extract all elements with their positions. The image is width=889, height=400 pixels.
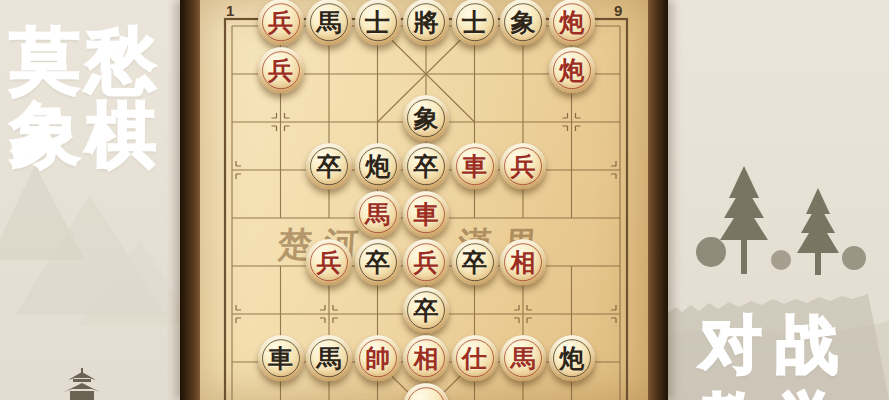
- piece-character: 兵: [414, 250, 439, 275]
- piece-character: 士: [365, 10, 390, 35]
- piece-character: 車: [462, 154, 487, 179]
- piece-black-卒[interactable]: 卒: [306, 143, 352, 189]
- piece-red-仕[interactable]: 仕: [452, 335, 498, 381]
- piece-black-卒[interactable]: 卒: [452, 239, 498, 285]
- menu-label-partial[interactable]: 教学: [700, 390, 852, 400]
- menu-label-battle[interactable]: 对战: [700, 314, 852, 376]
- piece-red-炮[interactable]: 炮: [549, 47, 595, 93]
- piece-red-兵[interactable]: 兵: [258, 0, 304, 45]
- piece-black-卒[interactable]: 卒: [403, 143, 449, 189]
- piece-red-車[interactable]: 車: [403, 191, 449, 237]
- piece-character: 馬: [317, 346, 342, 371]
- piece-black-炮[interactable]: 炮: [355, 143, 401, 189]
- trees-ink-art: [696, 148, 871, 278]
- piece-character: 象: [511, 10, 536, 35]
- piece-red-兵[interactable]: 兵: [403, 239, 449, 285]
- piece-red-馬[interactable]: 馬: [355, 191, 401, 237]
- column-label-1: 1: [226, 2, 234, 19]
- piece-red-炮[interactable]: 炮: [549, 0, 595, 45]
- piece-character: 炮: [559, 10, 584, 35]
- piece-character: 炮: [559, 346, 584, 371]
- piece-character: 兵: [317, 250, 342, 275]
- piece-black-炮[interactable]: 炮: [549, 335, 595, 381]
- piece-red-馬[interactable]: 馬: [500, 335, 546, 381]
- game-screen: 莫愁 象棋: [0, 0, 889, 400]
- piece-character: 炮: [559, 58, 584, 83]
- app-title-line1: 莫愁: [10, 26, 162, 96]
- piece-character: 象: [414, 106, 439, 131]
- piece-black-將[interactable]: 將: [403, 0, 449, 45]
- piece-character: 馬: [317, 10, 342, 35]
- piece-black-卒[interactable]: 卒: [403, 287, 449, 333]
- piece-character: 相: [511, 250, 536, 275]
- piece-black-卒[interactable]: 卒: [355, 239, 401, 285]
- piece-character: 兵: [268, 10, 293, 35]
- piece-character: 車: [268, 346, 293, 371]
- piece-character: 卒: [414, 154, 439, 179]
- piece-black-象[interactable]: 象: [500, 0, 546, 45]
- piece-character: 車: [414, 202, 439, 227]
- board-frame-right: [648, 0, 668, 400]
- piece-black-士[interactable]: 士: [355, 0, 401, 45]
- piece-black-馬[interactable]: 馬: [306, 335, 352, 381]
- piece-character: 卒: [414, 298, 439, 323]
- piece-character: 士: [462, 10, 487, 35]
- piece-red-兵[interactable]: 兵: [500, 143, 546, 189]
- piece-red-相[interactable]: 相: [500, 239, 546, 285]
- piece-character: 相: [414, 346, 439, 371]
- piece-character: 兵: [268, 58, 293, 83]
- piece-character: 將: [414, 10, 439, 35]
- pagoda-icon: [60, 368, 104, 400]
- board-frame-left: [180, 0, 200, 400]
- piece-character: 兵: [511, 154, 536, 179]
- piece-black-車[interactable]: 車: [258, 335, 304, 381]
- piece-character: 卒: [317, 154, 342, 179]
- piece-character: 帥: [365, 346, 390, 371]
- piece-character: 馬: [365, 202, 390, 227]
- piece-black-象[interactable]: 象: [403, 95, 449, 141]
- piece-red-車[interactable]: 車: [452, 143, 498, 189]
- piece-black-馬[interactable]: 馬: [306, 0, 352, 45]
- piece-character: 卒: [365, 250, 390, 275]
- piece-red-兵[interactable]: 兵: [258, 47, 304, 93]
- piece-red-相[interactable]: 相: [403, 335, 449, 381]
- piece-ring: [407, 387, 445, 400]
- piece-character: 炮: [365, 154, 390, 179]
- piece-character: 馬: [511, 346, 536, 371]
- piece-character: 仕: [462, 346, 487, 371]
- piece-red-帥[interactable]: 帥: [355, 335, 401, 381]
- column-label-9: 9: [614, 2, 622, 19]
- piece-red-兵[interactable]: 兵: [306, 239, 352, 285]
- piece-character: 卒: [462, 250, 487, 275]
- piece-black-士[interactable]: 士: [452, 0, 498, 45]
- xiangqi-board[interactable]: 1 9 楚河 漢界 兵馬士將士象炮兵炮象卒炮卒車兵馬車兵卒兵卒相卒車馬帥相仕馬炮: [200, 0, 648, 400]
- app-title-line2: 象棋: [10, 100, 162, 170]
